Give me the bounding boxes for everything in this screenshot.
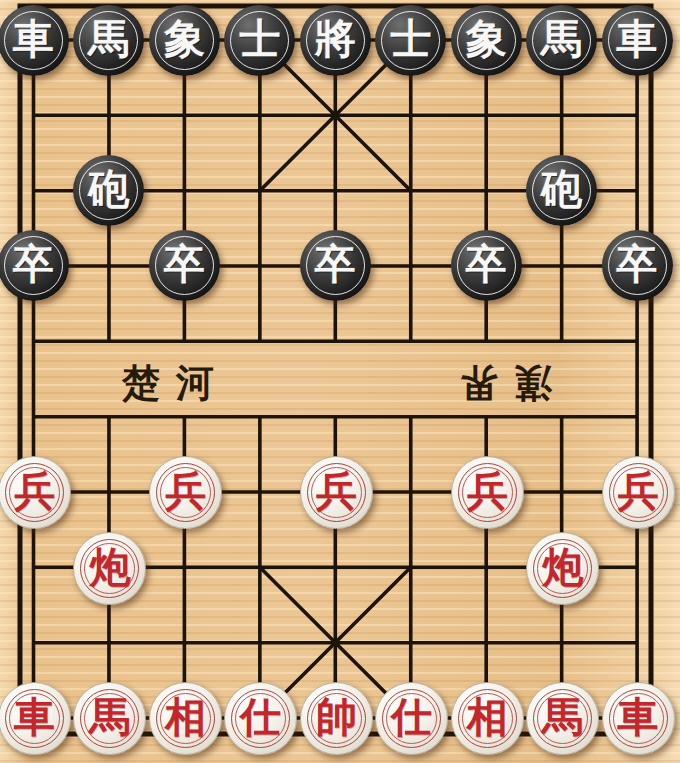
piece-character: 卒 [13,244,54,285]
xiangqi-board[interactable]: 楚河 漢界 車馬象士將士象馬車砲砲卒卒卒卒卒兵兵兵兵兵炮炮車馬相仕帥仕相馬車 [0,0,680,763]
piece-character: 兵 [165,471,206,512]
piece-red-general[interactable]: 帥 [300,682,373,755]
piece-red-soldier[interactable]: 兵 [602,456,675,529]
piece-character: 卒 [315,244,356,285]
piece-character: 卒 [466,244,507,285]
piece-character: 仕 [391,697,432,738]
piece-character: 馬 [541,19,582,60]
piece-character: 砲 [88,169,129,210]
piece-character: 象 [466,19,507,60]
piece-black-soldier[interactable]: 卒 [300,230,371,301]
river-label-chu-he: 楚河 [122,364,230,402]
piece-character: 炮 [89,547,130,588]
piece-red-elephant[interactable]: 相 [149,682,222,755]
piece-character: 馬 [88,19,129,60]
board-grid[interactable] [0,0,680,763]
piece-red-soldier[interactable]: 兵 [451,456,524,529]
piece-character: 車 [14,697,55,738]
piece-red-cannon[interactable]: 炮 [73,532,146,605]
piece-black-soldier[interactable]: 卒 [149,230,220,301]
piece-character: 象 [164,19,205,60]
piece-character: 炮 [542,547,583,588]
piece-black-horse[interactable]: 馬 [73,5,144,76]
piece-black-general[interactable]: 將 [300,5,371,76]
piece-black-soldier[interactable]: 卒 [451,230,522,301]
piece-black-chariot[interactable]: 車 [0,5,69,76]
piece-black-horse[interactable]: 馬 [526,5,597,76]
piece-red-cannon[interactable]: 炮 [526,532,599,605]
piece-character: 馬 [89,697,130,738]
piece-character: 仕 [240,697,281,738]
piece-red-elephant[interactable]: 相 [451,682,524,755]
piece-black-elephant[interactable]: 象 [451,5,522,76]
piece-red-soldier[interactable]: 兵 [149,456,222,529]
piece-character: 將 [315,19,356,60]
piece-character: 卒 [617,244,658,285]
piece-character: 車 [617,19,658,60]
piece-character: 兵 [467,471,508,512]
piece-character: 士 [390,19,431,60]
piece-black-advisor[interactable]: 士 [375,5,446,76]
piece-character: 兵 [618,471,659,512]
piece-black-elephant[interactable]: 象 [149,5,220,76]
piece-black-cannon[interactable]: 砲 [526,155,597,226]
piece-character: 車 [618,697,659,738]
piece-character: 砲 [541,169,582,210]
piece-black-advisor[interactable]: 士 [224,5,295,76]
piece-character: 車 [13,19,54,60]
piece-character: 卒 [164,244,205,285]
piece-character: 帥 [316,697,357,738]
piece-character: 兵 [316,471,357,512]
piece-red-chariot[interactable]: 車 [602,682,675,755]
piece-character: 兵 [14,471,55,512]
piece-character: 相 [467,697,508,738]
piece-red-soldier[interactable]: 兵 [300,456,373,529]
piece-character: 士 [239,19,280,60]
piece-black-soldier[interactable]: 卒 [602,230,673,301]
river-label-han-jie: 漢界 [444,364,552,402]
piece-character: 馬 [542,697,583,738]
piece-character: 相 [165,697,206,738]
piece-black-chariot[interactable]: 車 [602,5,673,76]
